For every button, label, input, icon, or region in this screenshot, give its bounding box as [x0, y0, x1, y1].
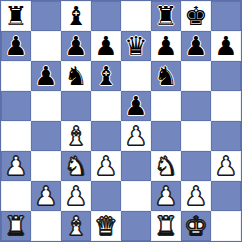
square-f2[interactable]: ♟ — [151, 181, 181, 211]
square-c7[interactable]: ♟ — [61, 31, 91, 61]
white-pawn-piece: ♟ — [184, 183, 207, 209]
square-f6[interactable]: ♞ — [151, 61, 181, 91]
square-d4[interactable] — [91, 121, 121, 151]
black-queen-piece: ♛ — [124, 33, 147, 59]
square-h4[interactable] — [211, 121, 241, 151]
white-king-piece: ♚ — [184, 213, 207, 239]
square-g7[interactable]: ♟ — [181, 31, 211, 61]
white-knight-piece: ♞ — [154, 153, 177, 179]
square-b1[interactable] — [31, 211, 61, 241]
square-e8[interactable] — [121, 1, 151, 31]
square-c3[interactable]: ♞ — [61, 151, 91, 181]
square-a6[interactable] — [1, 61, 31, 91]
white-queen-piece: ♛ — [94, 213, 117, 239]
square-g4[interactable] — [181, 121, 211, 151]
black-pawn-piece: ♟ — [4, 33, 27, 59]
square-d5[interactable] — [91, 91, 121, 121]
white-pawn-piece: ♟ — [124, 123, 147, 149]
black-pawn-piece: ♟ — [94, 33, 117, 59]
white-rook-piece: ♜ — [154, 213, 177, 239]
square-d1[interactable]: ♛ — [91, 211, 121, 241]
square-c4[interactable]: ♝ — [61, 121, 91, 151]
square-f7[interactable]: ♟ — [151, 31, 181, 61]
black-bishop-piece: ♝ — [64, 3, 87, 29]
square-g8[interactable]: ♚ — [181, 1, 211, 31]
square-c5[interactable] — [61, 91, 91, 121]
square-f8[interactable]: ♜ — [151, 1, 181, 31]
black-pawn-piece: ♟ — [184, 33, 207, 59]
square-e4[interactable]: ♟ — [121, 121, 151, 151]
white-knight-piece: ♞ — [64, 153, 87, 179]
white-bishop-piece: ♝ — [64, 213, 87, 239]
square-g3[interactable] — [181, 151, 211, 181]
square-b8[interactable] — [31, 1, 61, 31]
square-c6[interactable]: ♞ — [61, 61, 91, 91]
square-f5[interactable] — [151, 91, 181, 121]
square-g2[interactable]: ♟ — [181, 181, 211, 211]
black-bishop-piece: ♝ — [94, 63, 117, 89]
square-f4[interactable] — [151, 121, 181, 151]
white-bishop-piece: ♝ — [64, 123, 87, 149]
black-pawn-piece: ♟ — [214, 33, 237, 59]
square-f3[interactable]: ♞ — [151, 151, 181, 181]
black-knight-piece: ♞ — [154, 63, 177, 89]
black-rook-piece: ♜ — [4, 3, 27, 29]
black-pawn-piece: ♟ — [64, 33, 87, 59]
square-a7[interactable]: ♟ — [1, 31, 31, 61]
square-g6[interactable] — [181, 61, 211, 91]
square-a2[interactable] — [1, 181, 31, 211]
square-c8[interactable]: ♝ — [61, 1, 91, 31]
square-d2[interactable] — [91, 181, 121, 211]
square-e1[interactable] — [121, 211, 151, 241]
black-pawn-piece: ♟ — [154, 33, 177, 59]
white-pawn-piece: ♟ — [64, 183, 87, 209]
square-a1[interactable]: ♜ — [1, 211, 31, 241]
white-pawn-piece: ♟ — [154, 183, 177, 209]
square-h2[interactable] — [211, 181, 241, 211]
square-a8[interactable]: ♜ — [1, 1, 31, 31]
white-rook-piece: ♜ — [4, 213, 27, 239]
square-e7[interactable]: ♛ — [121, 31, 151, 61]
square-d6[interactable]: ♝ — [91, 61, 121, 91]
chess-board: ♜♝♜♚♟♟♟♛♟♟♟♟♞♝♞♟♝♟♟♞♟♞♟♟♟♟♟♜♝♛♜♚ — [0, 0, 242, 242]
square-d7[interactable]: ♟ — [91, 31, 121, 61]
square-c1[interactable]: ♝ — [61, 211, 91, 241]
square-e6[interactable] — [121, 61, 151, 91]
square-d3[interactable]: ♟ — [91, 151, 121, 181]
square-b3[interactable] — [31, 151, 61, 181]
square-h5[interactable] — [211, 91, 241, 121]
square-b2[interactable]: ♟ — [31, 181, 61, 211]
square-d8[interactable] — [91, 1, 121, 31]
white-pawn-piece: ♟ — [4, 153, 27, 179]
square-g5[interactable] — [181, 91, 211, 121]
square-h3[interactable]: ♟ — [211, 151, 241, 181]
square-e3[interactable] — [121, 151, 151, 181]
square-a5[interactable] — [1, 91, 31, 121]
black-pawn-piece: ♟ — [34, 63, 57, 89]
square-h6[interactable] — [211, 61, 241, 91]
black-king-piece: ♚ — [184, 3, 207, 29]
square-h1[interactable] — [211, 211, 241, 241]
white-pawn-piece: ♟ — [34, 183, 57, 209]
square-h7[interactable]: ♟ — [211, 31, 241, 61]
white-pawn-piece: ♟ — [94, 153, 117, 179]
square-b6[interactable]: ♟ — [31, 61, 61, 91]
square-b7[interactable] — [31, 31, 61, 61]
square-b4[interactable] — [31, 121, 61, 151]
square-c2[interactable]: ♟ — [61, 181, 91, 211]
black-rook-piece: ♜ — [154, 3, 177, 29]
square-g1[interactable]: ♚ — [181, 211, 211, 241]
white-pawn-piece: ♟ — [214, 153, 237, 179]
square-a4[interactable] — [1, 121, 31, 151]
square-a3[interactable]: ♟ — [1, 151, 31, 181]
black-knight-piece: ♞ — [64, 63, 87, 89]
square-e5[interactable]: ♟ — [121, 91, 151, 121]
square-h8[interactable] — [211, 1, 241, 31]
black-pawn-piece: ♟ — [124, 93, 147, 119]
square-b5[interactable] — [31, 91, 61, 121]
square-f1[interactable]: ♜ — [151, 211, 181, 241]
square-e2[interactable] — [121, 181, 151, 211]
